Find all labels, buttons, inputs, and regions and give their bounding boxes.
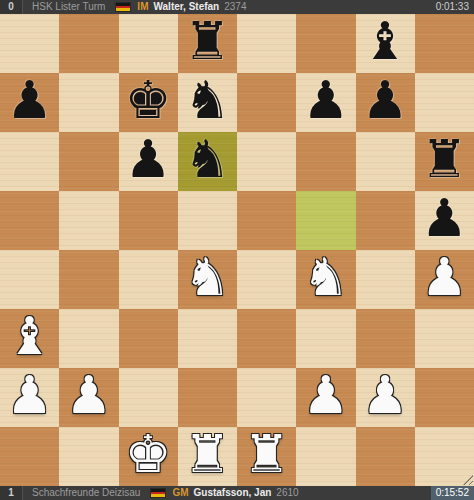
piece-white-rook[interactable]: ♜: [243, 425, 290, 484]
square-b6[interactable]: [59, 132, 118, 191]
square-d2[interactable]: [178, 368, 237, 427]
piece-white-pawn[interactable]: ♟: [66, 366, 113, 425]
square-d7[interactable]: ♞: [178, 73, 237, 132]
square-a3[interactable]: ♝: [0, 309, 59, 368]
square-h8[interactable]: [415, 14, 474, 73]
square-c6[interactable]: ♟: [119, 132, 178, 191]
square-g7[interactable]: ♟: [356, 73, 415, 132]
piece-white-bishop[interactable]: ♝: [6, 307, 53, 366]
piece-black-knight[interactable]: ♞: [184, 71, 231, 130]
square-e2[interactable]: [237, 368, 296, 427]
square-f6[interactable]: [296, 132, 355, 191]
piece-white-rook[interactable]: ♜: [184, 425, 231, 484]
square-d8[interactable]: ♜: [178, 14, 237, 73]
bottom-player-title: GM: [172, 486, 188, 500]
square-h2[interactable]: [415, 368, 474, 427]
piece-black-rook[interactable]: ♜: [184, 12, 231, 71]
square-b8[interactable]: [59, 14, 118, 73]
piece-white-knight[interactable]: ♞: [184, 248, 231, 307]
square-h4[interactable]: ♟: [415, 250, 474, 309]
square-h3[interactable]: [415, 309, 474, 368]
square-g5[interactable]: [356, 191, 415, 250]
square-e5[interactable]: [237, 191, 296, 250]
square-f5[interactable]: [296, 191, 355, 250]
square-g6[interactable]: [356, 132, 415, 191]
square-e4[interactable]: [237, 250, 296, 309]
square-c4[interactable]: [119, 250, 178, 309]
square-a6[interactable]: [0, 132, 59, 191]
square-b1[interactable]: [59, 427, 118, 486]
piece-white-knight[interactable]: ♞: [303, 248, 350, 307]
square-c2[interactable]: [119, 368, 178, 427]
piece-black-pawn[interactable]: ♟: [362, 71, 409, 130]
square-a8[interactable]: [0, 14, 59, 73]
square-e6[interactable]: [237, 132, 296, 191]
german-flag-icon: [150, 488, 166, 498]
bottom-team-name: Schachfreunde Deizisau: [32, 486, 140, 500]
piece-white-pawn[interactable]: ♟: [6, 366, 53, 425]
square-c5[interactable]: [119, 191, 178, 250]
square-a4[interactable]: [0, 250, 59, 309]
bottom-player-rating: 2610: [276, 486, 298, 500]
square-c8[interactable]: [119, 14, 178, 73]
square-a2[interactable]: ♟: [0, 368, 59, 427]
piece-black-pawn[interactable]: ♟: [421, 189, 468, 248]
square-f1[interactable]: [296, 427, 355, 486]
square-d1[interactable]: ♜: [178, 427, 237, 486]
square-e8[interactable]: [237, 14, 296, 73]
square-g3[interactable]: [356, 309, 415, 368]
bottom-team-score: 1: [0, 486, 23, 500]
square-g4[interactable]: [356, 250, 415, 309]
piece-black-pawn[interactable]: ♟: [6, 71, 53, 130]
square-h5[interactable]: ♟: [415, 191, 474, 250]
piece-black-knight[interactable]: ♞: [184, 130, 231, 189]
square-f3[interactable]: [296, 309, 355, 368]
bottom-player-name: Gustafsson, Jan: [194, 486, 272, 500]
piece-black-bishop[interactable]: ♝: [362, 12, 409, 71]
square-f7[interactable]: ♟: [296, 73, 355, 132]
square-b2[interactable]: ♟: [59, 368, 118, 427]
square-d6[interactable]: ♞: [178, 132, 237, 191]
square-b5[interactable]: [59, 191, 118, 250]
square-h6[interactable]: ♜: [415, 132, 474, 191]
square-b7[interactable]: [59, 73, 118, 132]
square-e3[interactable]: [237, 309, 296, 368]
square-g2[interactable]: ♟: [356, 368, 415, 427]
bottom-player-clock: 0:15:52: [431, 486, 474, 500]
square-h7[interactable]: [415, 73, 474, 132]
square-f2[interactable]: ♟: [296, 368, 355, 427]
german-flag-icon: [115, 2, 131, 12]
piece-white-pawn[interactable]: ♟: [421, 248, 468, 307]
top-team-score: 0: [0, 0, 23, 14]
piece-black-rook[interactable]: ♜: [421, 130, 468, 189]
chess-broadcast-window: 0 HSK Lister Turm IM Walter, Stefan 2374…: [0, 0, 474, 500]
square-g1[interactable]: [356, 427, 415, 486]
bottom-player-bar: 1 Schachfreunde Deizisau GM Gustafsson, …: [0, 486, 474, 500]
piece-white-pawn[interactable]: ♟: [362, 366, 409, 425]
square-c7[interactable]: ♚: [119, 73, 178, 132]
top-player-clock: 0:01:33: [431, 0, 474, 14]
square-d4[interactable]: ♞: [178, 250, 237, 309]
square-a7[interactable]: ♟: [0, 73, 59, 132]
top-team-name: HSK Lister Turm: [32, 0, 105, 14]
square-c3[interactable]: [119, 309, 178, 368]
square-g8[interactable]: ♝: [356, 14, 415, 73]
square-d5[interactable]: [178, 191, 237, 250]
square-f8[interactable]: [296, 14, 355, 73]
square-e7[interactable]: [237, 73, 296, 132]
square-e1[interactable]: ♜: [237, 427, 296, 486]
square-d3[interactable]: [178, 309, 237, 368]
square-c1[interactable]: ♚: [119, 427, 178, 486]
square-a5[interactable]: [0, 191, 59, 250]
square-b3[interactable]: [59, 309, 118, 368]
piece-black-pawn[interactable]: ♟: [125, 130, 172, 189]
square-a1[interactable]: [0, 427, 59, 486]
square-b4[interactable]: [59, 250, 118, 309]
piece-black-king[interactable]: ♚: [125, 71, 172, 130]
top-player-title: IM: [137, 0, 148, 14]
piece-white-pawn[interactable]: ♟: [303, 366, 350, 425]
chess-board[interactable]: ♜♝♟♚♞♟♟♟♞♜♟♞♞♟♝♟♟♟♟♚♜♜: [0, 14, 474, 486]
square-f4[interactable]: ♞: [296, 250, 355, 309]
piece-black-pawn[interactable]: ♟: [303, 71, 350, 130]
piece-white-king[interactable]: ♚: [125, 425, 172, 484]
square-h1[interactable]: [415, 427, 474, 486]
